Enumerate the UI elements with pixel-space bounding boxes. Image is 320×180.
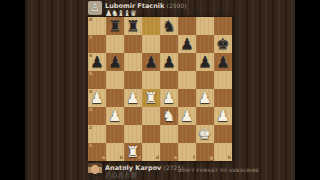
square-g2[interactable]: ♚ [196, 125, 214, 143]
square-f4[interactable] [178, 89, 196, 107]
top-player-info: Lubomir Ftacnik (2590) ♟♞♝♝♛ [105, 1, 187, 16]
piece-black-pawn: ♟ [108, 53, 121, 71]
top-captured-pieces-tray: ♟♞♝♝♛ [105, 10, 187, 17]
piece-black-pawn: ♟ [162, 53, 175, 71]
square-f8[interactable] [178, 17, 196, 35]
square-d5[interactable] [142, 71, 160, 89]
square-h5[interactable] [214, 71, 232, 89]
square-e6[interactable]: ♟ [160, 53, 178, 71]
piece-white-pawn: ♟ [90, 89, 103, 107]
chess-board[interactable]: 8♜♜♞7♟♚6♟♟♟♟♟♟54♟♟♜♟♟3♟♞♟♟2♚1abc♜defgh [88, 17, 232, 161]
square-d8[interactable] [142, 17, 160, 35]
square-c6[interactable] [124, 53, 142, 71]
file-label-c: c [138, 156, 141, 161]
rank-label-6: 6 [89, 54, 92, 59]
top-player-avatar-white-piece-icon: ♙ [88, 1, 102, 15]
file-label-f: f [193, 156, 195, 161]
square-g7[interactable] [196, 35, 214, 53]
bottom-captured-pieces-tray: ♟♞♝♝♛ [105, 172, 184, 179]
file-label-b: b [120, 156, 123, 161]
piece-white-pawn: ♟ [198, 89, 211, 107]
file-label-a: a [102, 156, 105, 161]
square-g6[interactable]: ♟ [196, 53, 214, 71]
square-b1[interactable]: b [106, 143, 124, 161]
square-a1[interactable]: 1a [88, 143, 106, 161]
square-b5[interactable] [106, 71, 124, 89]
rank-label-2: 2 [89, 126, 92, 131]
top-player-rating: (2590) [167, 2, 187, 9]
piece-black-king: ♚ [216, 35, 229, 53]
square-b3[interactable]: ♟ [106, 107, 124, 125]
rank-label-3: 3 [89, 108, 92, 113]
square-f3[interactable]: ♟ [178, 107, 196, 125]
square-b2[interactable] [106, 125, 124, 143]
square-a4[interactable]: 4♟ [88, 89, 106, 107]
file-label-e: e [174, 156, 177, 161]
square-g1[interactable]: g [196, 143, 214, 161]
square-b7[interactable] [106, 35, 124, 53]
square-f1[interactable]: f [178, 143, 196, 161]
square-e2[interactable] [160, 125, 178, 143]
piece-white-pawn: ♟ [162, 89, 175, 107]
rank-label-1: 1 [89, 144, 92, 149]
square-b4[interactable] [106, 89, 124, 107]
file-label-g: g [210, 156, 213, 161]
square-d7[interactable] [142, 35, 160, 53]
piece-white-rook: ♜ [144, 89, 157, 107]
piece-white-pawn: ♟ [180, 107, 193, 125]
piece-black-pawn: ♟ [90, 53, 103, 71]
square-h2[interactable] [214, 125, 232, 143]
square-c3[interactable] [124, 107, 142, 125]
square-e1[interactable]: e [160, 143, 178, 161]
square-c4[interactable]: ♟ [124, 89, 142, 107]
top-player-bar: ♙ Lubomir Ftacnik (2590) ♟♞♝♝♛ [88, 1, 187, 16]
square-f7[interactable]: ♟ [178, 35, 196, 53]
square-c2[interactable] [124, 125, 142, 143]
square-c8[interactable]: ♜ [124, 17, 142, 35]
file-label-d: d [156, 156, 159, 161]
square-e8[interactable]: ♞ [160, 17, 178, 35]
square-g5[interactable] [196, 71, 214, 89]
square-h8[interactable] [214, 17, 232, 35]
square-d2[interactable] [142, 125, 160, 143]
square-a3[interactable]: 3 [88, 107, 106, 125]
square-f5[interactable] [178, 71, 196, 89]
piece-black-knight: ♞ [162, 17, 175, 35]
piece-black-rook: ♜ [108, 17, 121, 35]
captured-white-queen-icon: ♛ [130, 10, 136, 17]
square-d1[interactable]: d [142, 143, 160, 161]
square-a2[interactable]: 2 [88, 125, 106, 143]
square-d6[interactable]: ♟ [142, 53, 160, 71]
subscribe-watermark: DON'T FORGET TO SUBSCRIBE [178, 169, 235, 174]
piece-black-pawn: ♟ [198, 53, 211, 71]
square-e7[interactable] [160, 35, 178, 53]
square-e5[interactable] [160, 71, 178, 89]
square-h1[interactable]: h [214, 143, 232, 161]
piece-white-pawn: ♟ [216, 107, 229, 125]
square-b8[interactable]: ♜ [106, 17, 124, 35]
square-e3[interactable]: ♞ [160, 107, 178, 125]
square-g3[interactable] [196, 107, 214, 125]
square-g4[interactable]: ♟ [196, 89, 214, 107]
square-c7[interactable] [124, 35, 142, 53]
square-a6[interactable]: 6♟ [88, 53, 106, 71]
square-h3[interactable]: ♟ [214, 107, 232, 125]
piece-white-knight: ♞ [162, 107, 175, 125]
bottom-player-info: Anatoly Karpov (2725) ♟♞♝♝♛ [105, 163, 184, 178]
piece-white-pawn: ♟ [108, 107, 121, 125]
piece-white-pawn: ♟ [126, 89, 139, 107]
square-f2[interactable] [178, 125, 196, 143]
piece-black-rook: ♜ [126, 17, 139, 35]
square-b6[interactable]: ♟ [106, 53, 124, 71]
piece-white-king: ♚ [198, 125, 211, 143]
rank-label-5: 5 [89, 72, 92, 77]
rank-label-4: 4 [89, 90, 92, 95]
square-a5[interactable]: 5 [88, 71, 106, 89]
rank-label-8: 8 [89, 18, 92, 23]
rank-label-7: 7 [89, 36, 92, 41]
square-f6[interactable] [178, 53, 196, 71]
bottom-player-bar: Anatoly Karpov (2725) ♟♞♝♝♛ [88, 163, 184, 178]
square-c1[interactable]: c♜ [124, 143, 142, 161]
square-h4[interactable] [214, 89, 232, 107]
piece-black-pawn: ♟ [180, 35, 193, 53]
square-a8[interactable]: 8 [88, 17, 106, 35]
square-h6[interactable]: ♟ [214, 53, 232, 71]
square-h7[interactable]: ♚ [214, 35, 232, 53]
square-g8[interactable] [196, 17, 214, 35]
square-d3[interactable] [142, 107, 160, 125]
piece-black-pawn: ♟ [216, 53, 229, 71]
captured-black-queen-icon: ♛ [130, 172, 136, 179]
square-e4[interactable]: ♟ [160, 89, 178, 107]
piece-black-pawn: ♟ [144, 53, 157, 71]
file-label-h: h [228, 156, 231, 161]
square-c5[interactable] [124, 71, 142, 89]
bottom-player-avatar-photo [88, 163, 102, 177]
square-a7[interactable]: 7 [88, 35, 106, 53]
square-d4[interactable]: ♜ [142, 89, 160, 107]
